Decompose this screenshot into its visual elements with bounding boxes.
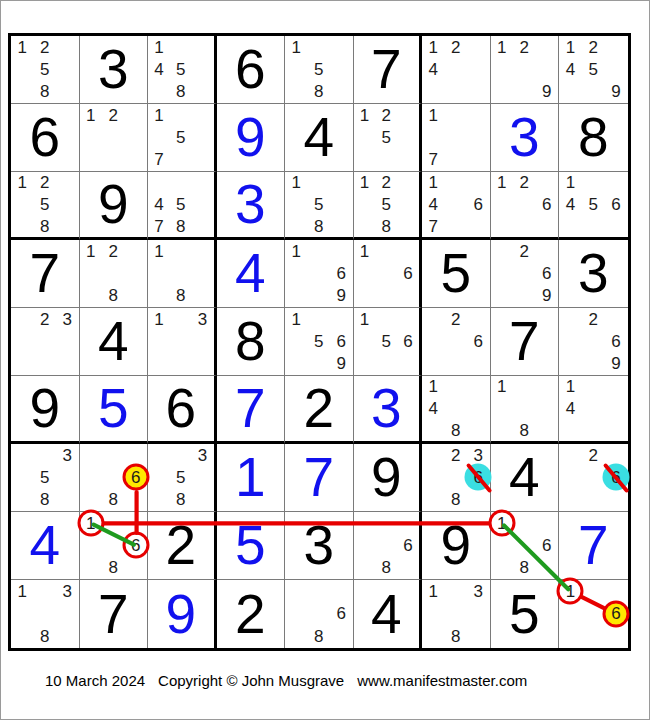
cell-r7c9[interactable]: 26 [559, 444, 628, 512]
pencil-slot [330, 58, 353, 80]
cell-r7c6[interactable]: 9 [354, 444, 423, 512]
cell-r5c3[interactable]: 13 [148, 308, 217, 376]
cell-r2c3[interactable]: 157 [148, 104, 217, 172]
cell-r5c2[interactable]: 4 [80, 308, 149, 376]
cell-r9c5[interactable]: 68 [285, 580, 354, 648]
pencil-slot [192, 262, 214, 284]
cell-r3c8[interactable]: 126 [491, 172, 560, 240]
pencil-slot [467, 172, 490, 194]
pencil-slot: 7 [148, 149, 170, 171]
cell-r7c3[interactable]: 358 [148, 444, 217, 512]
cell-r9c8[interactable]: 5 [491, 580, 560, 648]
pencil-slot: 2 [582, 308, 605, 330]
digit-4: 4 [285, 104, 353, 171]
candidate-4: 4 [566, 196, 575, 213]
candidate-3: 3 [198, 311, 207, 328]
pencil-slot [170, 240, 192, 262]
candidate-2: 2 [451, 311, 460, 328]
pencil-marks: 18 [491, 376, 559, 441]
pencil-slot [536, 58, 559, 80]
pencil-slot: 6 [467, 466, 490, 488]
cell-r4c7[interactable]: 5 [422, 240, 491, 308]
pencil-slot: 1 [559, 580, 582, 603]
pencil-slot [513, 512, 536, 534]
cell-r8c5[interactable]: 3 [285, 512, 354, 580]
pencil-slot [422, 353, 445, 375]
candidate-2: 2 [520, 243, 529, 260]
pencil-slot [285, 353, 308, 375]
cell-r5c6[interactable]: 156 [354, 308, 423, 376]
pencil-slot [605, 172, 628, 194]
candidate-6: 6 [403, 265, 412, 282]
cell-r1c3[interactable]: 1458 [148, 36, 217, 104]
pencil-slot [125, 262, 148, 284]
cell-r8c4[interactable]: 5 [217, 512, 286, 580]
pencil-slot: 1 [559, 36, 582, 58]
pencil-slot [422, 444, 445, 466]
pencil-slot: 6 [536, 262, 559, 284]
candidate-6: 6 [611, 196, 620, 213]
cell-r6c3[interactable]: 6 [148, 376, 217, 444]
pencil-marks: 1258 [11, 36, 79, 103]
cell-r8c3[interactable]: 2 [148, 512, 217, 580]
pencil-slot: 6 [605, 466, 628, 488]
pencil-marks: 358 [11, 444, 79, 511]
pencil-slot: 3 [56, 444, 79, 466]
cell-r2c5[interactable]: 4 [285, 104, 354, 172]
pencil-slot [285, 81, 308, 103]
pencil-marks: 1569 [285, 308, 353, 375]
cell-r3c7[interactable]: 1467 [422, 172, 491, 240]
pencil-slot: 6 [467, 330, 490, 352]
pencil-slot [125, 285, 148, 307]
digit-6: 6 [217, 36, 285, 103]
cell-r8c8[interactable]: 168 [491, 512, 560, 580]
footer-copyright: Copyright © John Musgrave [158, 672, 344, 689]
cell-r1c2[interactable]: 3 [80, 36, 149, 104]
candidate-8: 8 [451, 422, 460, 439]
cell-r5c1[interactable]: 23 [11, 308, 80, 376]
pencil-slot: 8 [170, 81, 192, 103]
pencil-slot [170, 353, 192, 375]
pencil-slot [605, 36, 628, 58]
pencil-slot [559, 489, 582, 511]
cell-r6c1[interactable]: 9 [11, 376, 80, 444]
digit-9: 9 [217, 104, 285, 171]
pencil-slot [445, 215, 468, 237]
pencil-slot [170, 172, 192, 194]
pencil-slot: 8 [170, 215, 192, 237]
pencil-slot [467, 126, 490, 148]
pencil-slot [330, 194, 353, 216]
cell-r4c5[interactable]: 169 [285, 240, 354, 308]
pencil-slot [582, 625, 605, 648]
pencil-slot [467, 36, 490, 58]
candidate-9: 9 [337, 287, 346, 304]
pencil-slot [445, 376, 468, 398]
candidate-1: 1 [154, 311, 163, 328]
pencil-slot [491, 194, 514, 216]
cell-r9c4[interactable]: 2 [217, 580, 286, 648]
pencil-marks: 16 [354, 240, 420, 307]
candidate-6: 6 [542, 196, 551, 213]
digit-3: 3 [285, 512, 353, 579]
pencil-slot [192, 36, 214, 58]
candidate-8: 8 [40, 83, 49, 100]
pencil-slot: 5 [582, 58, 605, 80]
pencil-slot [582, 603, 605, 626]
candidate-6: 6 [403, 333, 412, 350]
cell-r2c2[interactable]: 12 [80, 104, 149, 172]
pencil-slot [354, 330, 376, 352]
pencil-slot: 2 [513, 172, 536, 194]
cell-r3c5[interactable]: 158 [285, 172, 354, 240]
digit-7: 7 [559, 512, 628, 579]
pencil-slot [80, 126, 103, 148]
pencil-slot [375, 240, 397, 262]
cell-r8c9[interactable]: 7 [559, 512, 628, 580]
pencil-slot [559, 330, 582, 352]
pencil-marks: 16 [559, 580, 628, 648]
candidate-5: 5 [589, 196, 598, 213]
cell-r1c1[interactable]: 1258 [11, 36, 80, 104]
pencil-slot: 8 [102, 557, 125, 579]
candidate-4: 4 [566, 400, 575, 417]
digit-2: 2 [285, 376, 353, 441]
pencil-slot [330, 240, 353, 262]
pencil-slot [491, 557, 514, 579]
pencil-slot [422, 489, 445, 511]
cell-r5c4[interactable]: 8 [217, 308, 286, 376]
cell-r9c7[interactable]: 138 [422, 580, 491, 648]
pencil-marks: 68 [285, 580, 353, 648]
candidate-8: 8 [520, 422, 529, 439]
pencil-slot: 5 [170, 126, 192, 148]
pencil-slot: 9 [330, 353, 353, 375]
pencil-slot [125, 240, 148, 262]
candidate-5: 5 [382, 196, 391, 213]
pencil-slot [80, 262, 103, 284]
candidate-9: 9 [337, 355, 346, 372]
cell-r5c7[interactable]: 26 [422, 308, 491, 376]
candidate-5: 5 [314, 61, 323, 78]
cell-r6c6[interactable]: 3 [354, 376, 423, 444]
pencil-slot [397, 353, 419, 375]
pencil-slot [397, 172, 419, 194]
pencil-slot [192, 126, 214, 148]
pencil-slot [56, 36, 79, 58]
candidate-8: 8 [109, 287, 118, 304]
pencil-slot: 2 [445, 308, 468, 330]
cell-r1c6[interactable]: 7 [354, 36, 423, 104]
pencil-slot [536, 172, 559, 194]
candidate-6: 6 [611, 605, 620, 622]
pencil-slot [102, 262, 125, 284]
cell-r8c1[interactable]: 4 [11, 512, 80, 580]
cell-r7c1[interactable]: 358 [11, 444, 80, 512]
cell-r1c7[interactable]: 124 [422, 36, 491, 104]
pencil-slot: 9 [536, 285, 559, 307]
pencil-slot [330, 580, 353, 603]
digit-9: 9 [80, 172, 148, 237]
pencil-marks: 17 [422, 104, 490, 171]
pencil-slot: 1 [80, 512, 103, 534]
pencil-slot [605, 580, 628, 603]
pencil-slot [56, 58, 79, 80]
pencil-slot [102, 126, 125, 148]
pencil-slot [192, 58, 214, 80]
cell-r2c4[interactable]: 9 [217, 104, 286, 172]
pencil-slot: 9 [536, 81, 559, 103]
cell-r6c7[interactable]: 148 [422, 376, 491, 444]
candidate-1: 1 [566, 174, 575, 191]
pencil-slot: 7 [148, 215, 170, 237]
pencil-slot [330, 81, 353, 103]
pencil-slot: 8 [102, 285, 125, 307]
pencil-slot [308, 240, 331, 262]
pencil-slot [102, 444, 125, 466]
candidate-5: 5 [176, 61, 185, 78]
cell-r9c6[interactable]: 4 [354, 580, 423, 648]
pencil-slot [11, 330, 34, 352]
pencil-slot: 6 [397, 534, 419, 556]
pencil-slot [285, 625, 308, 648]
pencil-marks: 269 [491, 240, 559, 307]
pencil-slot [11, 194, 34, 216]
candidate-7: 7 [154, 218, 163, 235]
pencil-slot [56, 330, 79, 352]
pencil-slot [513, 285, 536, 307]
candidate-1: 1 [292, 39, 301, 56]
pencil-slot [491, 240, 514, 262]
cell-r4c8[interactable]: 269 [491, 240, 560, 308]
pencil-slot: 8 [513, 419, 536, 441]
pencil-slot [491, 534, 514, 556]
pencil-slot [285, 194, 308, 216]
pencil-slot: 1 [491, 512, 514, 534]
pencil-slot: 9 [605, 81, 628, 103]
cell-r8c6[interactable]: 68 [354, 512, 423, 580]
cell-r2c1[interactable]: 6 [11, 104, 80, 172]
pencil-slot [34, 444, 57, 466]
candidate-1: 1 [86, 107, 95, 124]
cell-r3c4[interactable]: 3 [217, 172, 286, 240]
cell-r5c8[interactable]: 7 [491, 308, 560, 376]
pencil-slot: 6 [536, 194, 559, 216]
pencil-slot: 1 [559, 376, 582, 398]
cell-r2c9[interactable]: 8 [559, 104, 628, 172]
cell-r9c2[interactable]: 7 [80, 580, 149, 648]
digit-4: 4 [11, 512, 79, 579]
candidate-4: 4 [566, 61, 575, 78]
candidate-5: 5 [176, 196, 185, 213]
pencil-slot [445, 58, 468, 80]
candidate-5: 5 [382, 333, 391, 350]
pencil-slot: 4 [559, 194, 582, 216]
candidate-6: 6 [337, 605, 346, 622]
pencil-slot: 6 [330, 262, 353, 284]
cell-r5c9[interactable]: 269 [559, 308, 628, 376]
pencil-slot [445, 194, 468, 216]
pencil-slot [582, 419, 605, 441]
pencil-slot [491, 215, 514, 237]
pencil-slot [125, 104, 148, 126]
pencil-slot: 7 [422, 215, 445, 237]
pencil-marks: 138 [422, 580, 490, 648]
pencil-slot [375, 262, 397, 284]
cell-r6c2[interactable]: 5 [80, 376, 149, 444]
candidate-2: 2 [520, 174, 529, 191]
pencil-slot [56, 353, 79, 375]
pencil-slot [170, 104, 192, 126]
cell-r3c1[interactable]: 1258 [11, 172, 80, 240]
cell-r7c4[interactable]: 1 [217, 444, 286, 512]
pencil-slot [445, 603, 468, 626]
digit-4: 4 [80, 308, 148, 375]
pencil-slot: 6 [397, 330, 419, 352]
cell-r6c5[interactable]: 2 [285, 376, 354, 444]
pencil-marks: 124 [422, 36, 490, 103]
cell-r7c8[interactable]: 4 [491, 444, 560, 512]
cell-r2c7[interactable]: 17 [422, 104, 491, 172]
cell-r6c8[interactable]: 18 [491, 376, 560, 444]
candidate-3: 3 [63, 311, 72, 328]
candidate-6: 6 [611, 333, 620, 350]
pencil-marks: 12459 [559, 36, 628, 103]
pencil-slot [192, 172, 214, 194]
pencil-slot: 6 [467, 194, 490, 216]
candidate-3: 3 [474, 447, 483, 464]
cell-r1c5[interactable]: 158 [285, 36, 354, 104]
pencil-slot: 3 [56, 308, 79, 330]
cell-r6c9[interactable]: 14 [559, 376, 628, 444]
pencil-slot [605, 444, 628, 466]
pencil-slot [375, 534, 397, 556]
cell-r4c9[interactable]: 3 [559, 240, 628, 308]
pencil-marks: 4578 [148, 172, 214, 237]
pencil-slot [559, 419, 582, 441]
pencil-marks: 68 [80, 444, 148, 511]
pencil-slot [445, 466, 468, 488]
pencil-slot [536, 398, 559, 420]
pencil-slot [513, 81, 536, 103]
cell-r4c3[interactable]: 18 [148, 240, 217, 308]
pencil-slot [397, 149, 419, 171]
cell-r4c4[interactable]: 4 [217, 240, 286, 308]
cell-r3c2[interactable]: 9 [80, 172, 149, 240]
pencil-slot: 1 [491, 172, 514, 194]
pencil-slot [308, 285, 331, 307]
pencil-slot: 5 [34, 466, 57, 488]
pencil-slot [192, 215, 214, 237]
pencil-marks: 23 [11, 308, 79, 375]
cell-r7c2[interactable]: 68 [80, 444, 149, 512]
cell-r1c4[interactable]: 6 [217, 36, 286, 104]
pencil-slot [513, 376, 536, 398]
pencil-slot: 8 [34, 81, 57, 103]
candidate-1: 1 [18, 174, 27, 191]
pencil-slot [467, 603, 490, 626]
pencil-slot [56, 194, 79, 216]
cell-r2c8[interactable]: 3 [491, 104, 560, 172]
digit-8: 8 [559, 104, 628, 171]
cell-r8c7[interactable]: 9 [422, 512, 491, 580]
cell-r3c9[interactable]: 1456 [559, 172, 628, 240]
pencil-slot: 2 [582, 444, 605, 466]
cell-r9c3[interactable]: 9 [148, 580, 217, 648]
candidate-6: 6 [131, 537, 140, 554]
candidate-2: 2 [451, 447, 460, 464]
pencil-marks: 128 [80, 240, 148, 307]
pencil-slot: 8 [170, 489, 192, 511]
pencil-slot [80, 285, 103, 307]
pencil-slot [285, 580, 308, 603]
pencil-slot [192, 149, 214, 171]
pencil-slot [285, 58, 308, 80]
cell-r4c1[interactable]: 7 [11, 240, 80, 308]
pencil-slot [34, 353, 57, 375]
cell-r4c6[interactable]: 16 [354, 240, 423, 308]
pencil-slot [605, 215, 628, 237]
pencil-slot [397, 240, 419, 262]
cell-r6c4[interactable]: 7 [217, 376, 286, 444]
pencil-slot [445, 104, 468, 126]
candidate-1: 1 [429, 378, 438, 395]
pencil-slot [102, 466, 125, 488]
pencil-slot [467, 149, 490, 171]
cell-r1c9[interactable]: 12459 [559, 36, 628, 104]
pencil-slot: 1 [491, 36, 514, 58]
pencil-slot: 8 [308, 625, 331, 648]
cell-r2c6[interactable]: 125 [354, 104, 423, 172]
pencil-slot [285, 330, 308, 352]
digit-3: 3 [354, 376, 420, 441]
pencil-slot: 3 [467, 444, 490, 466]
pencil-slot [102, 512, 125, 534]
pencil-slot: 9 [605, 353, 628, 375]
pencil-slot [445, 126, 468, 148]
cell-r7c7[interactable]: 2368 [422, 444, 491, 512]
cell-r7c5[interactable]: 7 [285, 444, 354, 512]
pencil-slot [192, 81, 214, 103]
pencil-slot [354, 262, 376, 284]
pencil-slot [170, 36, 192, 58]
cell-r9c1[interactable]: 138 [11, 580, 80, 648]
cell-r8c2[interactable]: 168 [80, 512, 149, 580]
pencil-slot: 6 [330, 603, 353, 626]
candidate-1: 1 [360, 107, 369, 124]
pencil-slot [467, 625, 490, 648]
pencil-slot [491, 398, 514, 420]
pencil-marks: 1456 [559, 172, 628, 237]
candidate-1: 1 [497, 174, 506, 191]
pencil-marks: 2368 [422, 444, 490, 511]
cell-r5c5[interactable]: 1569 [285, 308, 354, 376]
candidate-6: 6 [337, 333, 346, 350]
pencil-slot [285, 215, 308, 237]
cell-r9c9[interactable]: 16 [559, 580, 628, 648]
cell-r4c2[interactable]: 128 [80, 240, 149, 308]
pencil-slot: 6 [125, 534, 148, 556]
pencil-slot [56, 172, 79, 194]
cell-r3c6[interactable]: 1258 [354, 172, 423, 240]
candidate-2: 2 [589, 447, 598, 464]
cell-r1c8[interactable]: 129 [491, 36, 560, 104]
pencil-slot: 5 [308, 58, 331, 80]
cell-r3c3[interactable]: 4578 [148, 172, 217, 240]
pencil-slot [397, 308, 419, 330]
pencil-slot: 8 [308, 81, 331, 103]
